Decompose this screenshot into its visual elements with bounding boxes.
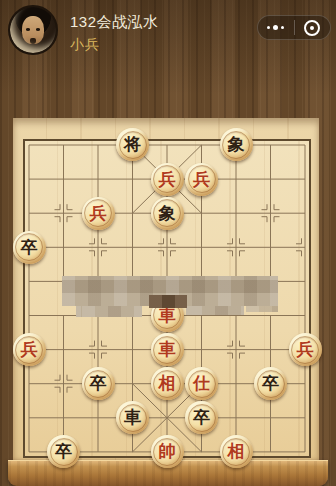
more-button[interactable] (258, 16, 294, 39)
piece-red-general[interactable]: 帥 (151, 435, 184, 468)
piece-red-soldier[interactable]: 兵 (82, 197, 115, 230)
more-icon (273, 25, 278, 30)
piece-black-general[interactable]: 将 (116, 128, 149, 161)
avatar[interactable] (8, 5, 58, 55)
piece-character: 兵 (21, 341, 38, 358)
piece-black-chariot[interactable]: 車 (116, 401, 149, 434)
piece-black-soldier[interactable]: 卒 (82, 367, 115, 400)
piece-black-soldier[interactable]: 卒 (185, 401, 218, 434)
piece-red-elephant[interactable]: 相 (220, 435, 253, 468)
piece-character: 帥 (159, 443, 176, 460)
piece-character: 兵 (193, 170, 210, 187)
piece-character: 兵 (159, 170, 176, 187)
censor-blur-overlay (149, 295, 187, 308)
censor-blur-overlay (76, 306, 142, 317)
piece-red-soldier[interactable]: 兵 (13, 333, 46, 366)
piece-black-soldier[interactable]: 卒 (254, 367, 287, 400)
piece-red-soldier[interactable]: 兵 (289, 333, 322, 366)
censor-blur-overlay (246, 306, 278, 312)
censor-blur-overlay (186, 306, 244, 315)
more-icon (281, 26, 284, 29)
piece-character: 車 (124, 409, 141, 426)
miniprogram-capsule (257, 15, 331, 40)
piece-character: 兵 (297, 341, 314, 358)
piece-character: 車 (159, 341, 176, 358)
piece-character: 卒 (90, 375, 107, 392)
piece-character: 将 (124, 136, 141, 153)
piece-black-elephant[interactable]: 象 (220, 128, 253, 161)
piece-character: 兵 (90, 204, 107, 221)
piece-character: 相 (228, 443, 245, 460)
piece-black-elephant[interactable]: 象 (151, 197, 184, 230)
piece-character: 車 (159, 306, 176, 323)
piece-black-soldier[interactable]: 卒 (47, 435, 80, 468)
more-icon (267, 26, 270, 29)
piece-red-elephant[interactable]: 相 (151, 367, 184, 400)
avatar-eye (36, 28, 40, 31)
piece-black-soldier[interactable]: 卒 (13, 231, 46, 264)
close-button[interactable] (295, 16, 331, 39)
piece-character: 仕 (193, 375, 210, 392)
avatar-eye (26, 28, 30, 31)
avatar-goatee (30, 38, 36, 44)
app-screen: 将象兵兵兵象卒車兵車兵卒相仕卒車卒卒帥相 132会战泓水 小兵 (0, 0, 336, 486)
piece-character: 卒 (21, 238, 38, 255)
piece-character: 卒 (193, 409, 210, 426)
avatar-hair (13, 5, 53, 39)
piece-red-soldier[interactable]: 兵 (151, 163, 184, 196)
opponent-name: 小兵 (70, 36, 100, 53)
page-title: 132会战泓水 (70, 13, 159, 31)
header-bar: 132会战泓水 小兵 (0, 0, 336, 60)
piece-character: 象 (228, 136, 245, 153)
avatar-face (22, 16, 44, 44)
piece-red-advisor[interactable]: 仕 (185, 367, 218, 400)
piece-character: 相 (159, 375, 176, 392)
piece-character: 象 (159, 204, 176, 221)
close-icon (304, 20, 320, 36)
piece-red-chariot[interactable]: 車 (151, 333, 184, 366)
piece-red-soldier[interactable]: 兵 (185, 163, 218, 196)
piece-character: 卒 (55, 443, 72, 460)
piece-character: 卒 (262, 375, 279, 392)
